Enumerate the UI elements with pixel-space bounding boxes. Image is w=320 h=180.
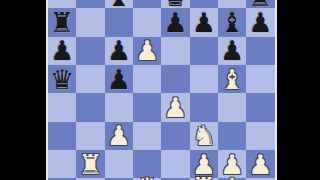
square-e5[interactable] (161, 65, 189, 93)
square-f6[interactable] (190, 37, 218, 65)
square-a2[interactable] (48, 150, 76, 178)
square-b5[interactable] (76, 65, 104, 93)
square-b3[interactable] (76, 122, 104, 150)
square-c7[interactable] (105, 8, 133, 36)
piece-white-knight: ♞ (192, 122, 216, 149)
square-e3[interactable] (161, 122, 189, 150)
piece-black-pawn: ♟ (163, 9, 187, 36)
piece-white-king: ♚ (220, 174, 244, 180)
square-h7[interactable]: ♟ (246, 8, 274, 36)
piece-black-pawn: ♟ (220, 37, 244, 64)
piece-white-pawn: ♟ (135, 37, 159, 64)
square-f1[interactable]: ♜ (190, 178, 218, 180)
piece-white-queen: ♛ (135, 174, 159, 180)
square-g3[interactable] (218, 122, 246, 150)
square-b4[interactable] (76, 93, 104, 121)
square-a4[interactable] (48, 93, 76, 121)
piece-white-pawn: ♟ (107, 122, 131, 149)
square-a6[interactable]: ♟ (48, 37, 76, 65)
piece-black-pawn: ♟ (50, 37, 74, 64)
square-h5[interactable] (246, 65, 274, 93)
square-c5[interactable]: ♟ (105, 65, 133, 93)
piece-white-pawn: ♟ (248, 151, 272, 178)
piece-white-rook: ♜ (78, 151, 102, 178)
square-f5[interactable] (190, 65, 218, 93)
square-a7[interactable]: ♜ (48, 8, 76, 36)
square-d3[interactable] (133, 122, 161, 150)
piece-black-bishop: ♝ (107, 0, 131, 10)
square-d4[interactable] (133, 93, 161, 121)
square-h6[interactable] (246, 37, 274, 65)
square-h2[interactable]: ♟ (246, 150, 274, 178)
square-e6[interactable] (161, 37, 189, 65)
square-g7[interactable]: ♝ (218, 8, 246, 36)
piece-black-pawn: ♟ (192, 9, 216, 36)
square-f4[interactable] (190, 93, 218, 121)
square-e2[interactable] (161, 150, 189, 178)
square-d1[interactable]: ♛ (133, 178, 161, 180)
piece-black-pawn: ♟ (107, 37, 131, 64)
square-c6[interactable]: ♟ (105, 37, 133, 65)
piece-black-rook: ♜ (248, 0, 272, 10)
square-e8[interactable]: ♚ (161, 0, 189, 8)
square-b2[interactable]: ♜ (76, 150, 104, 178)
square-c3[interactable]: ♟ (105, 122, 133, 150)
piece-white-pawn: ♟ (163, 94, 187, 121)
square-a1[interactable] (48, 178, 76, 180)
square-g5[interactable]: ♝ (218, 65, 246, 93)
square-c2[interactable] (105, 150, 133, 178)
piece-black-king: ♚ (163, 0, 187, 10)
square-g1[interactable]: ♚ (218, 178, 246, 180)
piece-black-pawn: ♟ (248, 9, 272, 36)
square-h3[interactable] (246, 122, 274, 150)
square-f3[interactable]: ♞ (190, 122, 218, 150)
square-b6[interactable] (76, 37, 104, 65)
piece-black-rook: ♜ (50, 9, 74, 36)
square-g6[interactable]: ♟ (218, 37, 246, 65)
square-c4[interactable] (105, 93, 133, 121)
square-g4[interactable] (218, 93, 246, 121)
square-d6[interactable]: ♟ (133, 37, 161, 65)
square-d5[interactable] (133, 65, 161, 93)
board-frame: ♝♚♜♜♟♟♝♟♟♟♟♟♛♟♝♟♟♞♜♟♟♟♛♜♚ (46, 0, 277, 180)
letterbox-canvas: ♝♚♜♜♟♟♝♟♟♟♟♟♛♟♝♟♟♞♜♟♟♟♛♜♚ (0, 0, 320, 180)
square-h4[interactable] (246, 93, 274, 121)
square-e1[interactable] (161, 178, 189, 180)
chessboard: ♝♚♜♜♟♟♝♟♟♟♟♟♛♟♝♟♟♞♜♟♟♟♛♜♚ (48, 0, 275, 180)
square-b1[interactable] (76, 178, 104, 180)
square-e4[interactable]: ♟ (161, 93, 189, 121)
square-f7[interactable]: ♟ (190, 8, 218, 36)
piece-white-rook: ♜ (192, 174, 216, 180)
square-h1[interactable] (246, 178, 274, 180)
piece-black-pawn: ♟ (107, 66, 131, 93)
square-d7[interactable] (133, 8, 161, 36)
square-a3[interactable] (48, 122, 76, 150)
piece-black-bishop: ♝ (220, 9, 244, 36)
piece-white-bishop: ♝ (220, 66, 244, 93)
square-d8[interactable] (133, 0, 161, 8)
square-b8[interactable] (76, 0, 104, 8)
square-h8[interactable]: ♜ (246, 0, 274, 8)
square-e7[interactable]: ♟ (161, 8, 189, 36)
piece-black-queen: ♛ (50, 66, 74, 93)
square-b7[interactable] (76, 8, 104, 36)
square-c8[interactable]: ♝ (105, 0, 133, 8)
square-c1[interactable] (105, 178, 133, 180)
square-a5[interactable]: ♛ (48, 65, 76, 93)
